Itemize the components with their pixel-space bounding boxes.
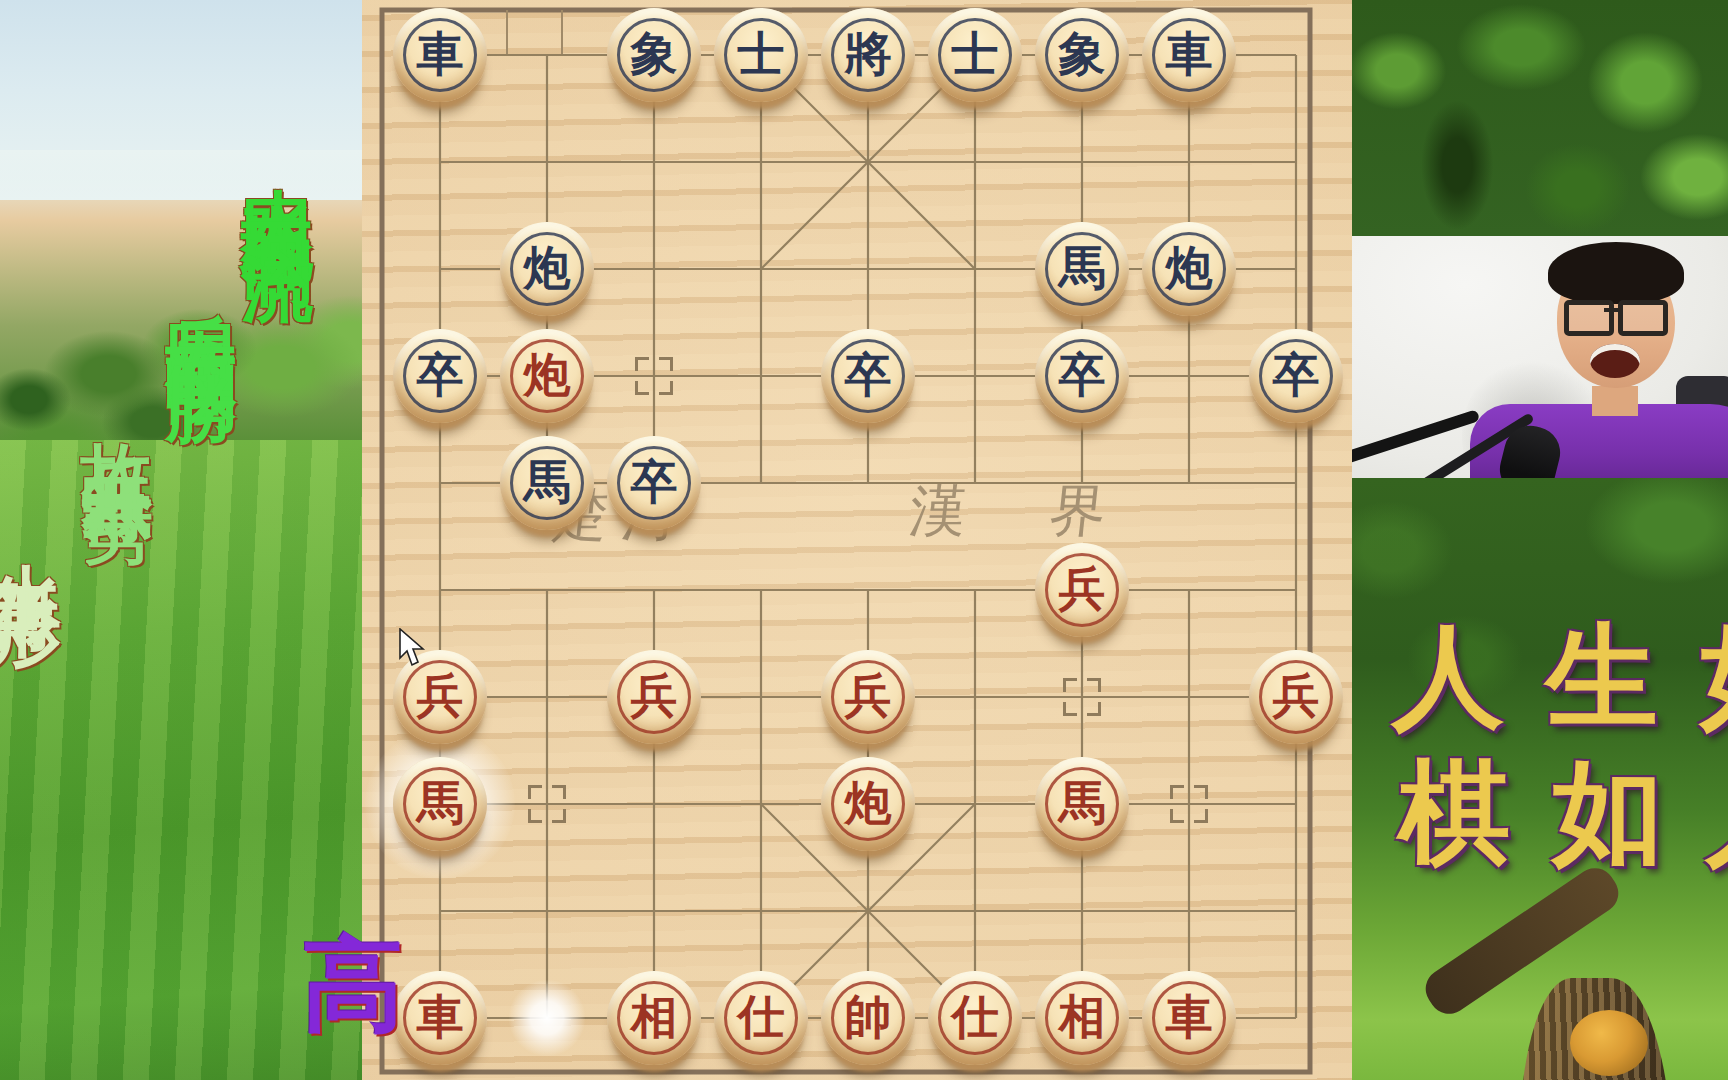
xiangqi-piece-black[interactable]: 馬 xyxy=(1035,222,1129,316)
quote-column-1: 水因地而制流 xyxy=(242,130,314,202)
streamer-neck xyxy=(1592,386,1638,416)
xiangqi-piece-black[interactable]: 象 xyxy=(1035,8,1129,102)
bottom-left-char: 高 xyxy=(302,918,404,1055)
xiangqi-piece-black[interactable]: 象 xyxy=(607,8,701,102)
quote-column-3: 故兵無常勢 xyxy=(82,385,154,445)
xiangqi-piece-black[interactable]: 車 xyxy=(393,8,487,102)
xiangqi-piece-black[interactable]: 卒 xyxy=(1035,329,1129,423)
piece-character: 炮 xyxy=(821,756,915,850)
xiangqi-piece-red[interactable]: 兵 xyxy=(1249,650,1343,744)
piece-character: 帥 xyxy=(821,970,915,1064)
tree-knot xyxy=(1570,1010,1648,1076)
piece-character: 炮 xyxy=(1142,221,1236,315)
piece-character: 炮 xyxy=(500,221,594,315)
piece-character: 馬 xyxy=(1035,221,1129,315)
piece-character: 象 xyxy=(1035,7,1129,101)
point-marker xyxy=(528,785,566,823)
xiangqi-piece-red[interactable]: 車 xyxy=(393,971,487,1065)
board-grid xyxy=(362,0,1352,1080)
xiangqi-piece-black[interactable]: 卒 xyxy=(1249,329,1343,423)
last-move-from-dot xyxy=(508,979,586,1057)
right-photo-panel xyxy=(1352,0,1728,1080)
xiangqi-piece-red[interactable]: 兵 xyxy=(1035,543,1129,637)
streamer-mouth xyxy=(1590,344,1640,378)
point-marker xyxy=(1170,785,1208,823)
xiangqi-piece-red[interactable]: 仕 xyxy=(714,971,808,1065)
xiangqi-piece-black[interactable]: 馬 xyxy=(500,436,594,530)
piece-character: 馬 xyxy=(500,435,594,529)
xiangqi-piece-black[interactable]: 士 xyxy=(714,8,808,102)
piece-character: 兵 xyxy=(1035,542,1129,636)
xiangqi-piece-black[interactable]: 卒 xyxy=(393,329,487,423)
river-label-right: 漢界 xyxy=(906,474,1194,550)
point-marker xyxy=(1063,678,1101,716)
gold-text-line2: 棋如人生 xyxy=(1398,738,1728,889)
piece-character: 車 xyxy=(393,7,487,101)
xiangqi-piece-red[interactable]: 兵 xyxy=(821,650,915,744)
piece-character: 將 xyxy=(821,7,915,101)
piece-character: 仕 xyxy=(928,970,1022,1064)
xiangqi-piece-black[interactable]: 卒 xyxy=(607,436,701,530)
piece-character: 士 xyxy=(714,7,808,101)
glasses-left-lens xyxy=(1564,300,1614,336)
piece-character: 兵 xyxy=(821,649,915,743)
piece-character: 兵 xyxy=(607,649,701,743)
xiangqi-piece-red[interactable]: 馬 xyxy=(393,757,487,851)
piece-character: 兵 xyxy=(1249,649,1343,743)
streamer-hair xyxy=(1548,242,1684,304)
piece-character: 仕 xyxy=(714,970,808,1064)
piece-character: 象 xyxy=(607,7,701,101)
quote-column-4: 水無常形 xyxy=(0,505,62,553)
xiangqi-piece-red[interactable]: 相 xyxy=(1035,971,1129,1065)
xiangqi-piece-black[interactable]: 士 xyxy=(928,8,1022,102)
xiangqi-piece-black[interactable]: 炮 xyxy=(1142,222,1236,316)
webcam-overlay xyxy=(1352,236,1728,478)
piece-character: 卒 xyxy=(607,435,701,529)
xiangqi-piece-black[interactable]: 炮 xyxy=(500,222,594,316)
glasses-bridge xyxy=(1604,308,1618,312)
trees-photo-top xyxy=(1352,0,1728,236)
piece-character: 士 xyxy=(928,7,1022,101)
piece-character: 車 xyxy=(393,970,487,1064)
piece-character: 相 xyxy=(1035,970,1129,1064)
piece-character: 卒 xyxy=(821,328,915,422)
xiangqi-board[interactable]: 楚河 漢界 車象士將士象車炮馬炮卒炮卒卒卒馬卒兵兵兵兵兵馬炮馬車相仕帥仕相車 xyxy=(362,0,1352,1080)
xiangqi-piece-red[interactable]: 兵 xyxy=(607,650,701,744)
xiangqi-piece-red[interactable]: 馬 xyxy=(1035,757,1129,851)
piece-character: 卒 xyxy=(393,328,487,422)
xiangqi-piece-black[interactable]: 卒 xyxy=(821,329,915,423)
glasses-right-lens xyxy=(1618,300,1668,336)
xiangqi-piece-red[interactable]: 車 xyxy=(1142,971,1236,1065)
point-marker xyxy=(635,357,673,395)
stream-frame: 水因地而制流 兵因敵而制勝 故兵無常勢 水無常形 高 xyxy=(0,0,1728,1080)
piece-character: 相 xyxy=(607,970,701,1064)
xiangqi-piece-red[interactable]: 相 xyxy=(607,971,701,1065)
piece-character: 卒 xyxy=(1249,328,1343,422)
quote-column-2: 兵因敵而制勝 xyxy=(166,255,238,327)
piece-character: 車 xyxy=(1142,970,1236,1064)
piece-character: 馬 xyxy=(393,756,487,850)
mouse-cursor xyxy=(398,628,432,670)
piece-character: 馬 xyxy=(1035,756,1129,850)
xiangqi-piece-red[interactable]: 仕 xyxy=(928,971,1022,1065)
xiangqi-piece-red[interactable]: 炮 xyxy=(500,329,594,423)
piece-character: 卒 xyxy=(1035,328,1129,422)
xiangqi-piece-black[interactable]: 車 xyxy=(1142,8,1236,102)
piece-character: 炮 xyxy=(500,328,594,422)
piece-character: 車 xyxy=(1142,7,1236,101)
xiangqi-piece-red[interactable]: 帥 xyxy=(821,971,915,1065)
xiangqi-piece-red[interactable]: 炮 xyxy=(821,757,915,851)
gold-text-line1: 人生如棋 xyxy=(1392,602,1728,753)
xiangqi-piece-black[interactable]: 將 xyxy=(821,8,915,102)
